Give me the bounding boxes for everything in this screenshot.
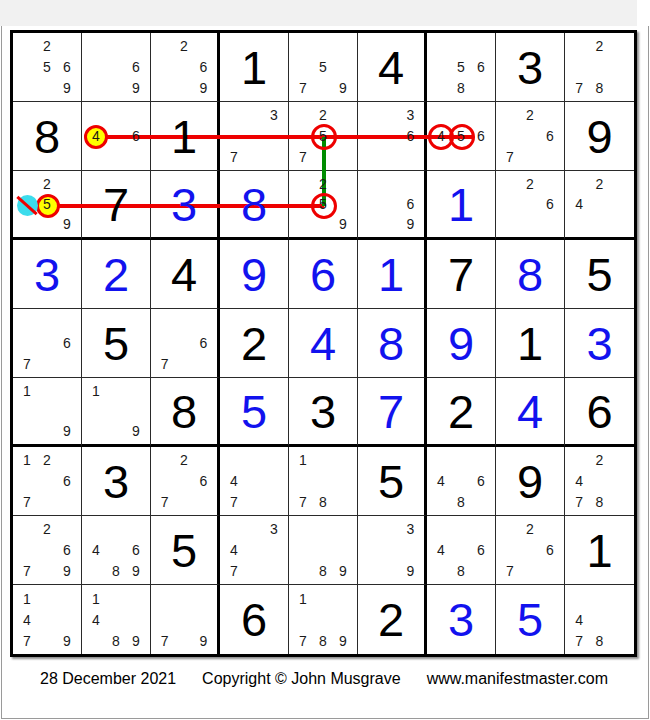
- solved-digit: 3: [565, 309, 634, 377]
- candidate-digit: 8: [106, 630, 126, 651]
- solved-digit: 1: [496, 309, 564, 377]
- candidate-digit: 3: [264, 519, 284, 540]
- candidate-digit: 8: [313, 630, 333, 651]
- candidate-digit: 5: [37, 57, 57, 78]
- cell-r6c7[interactable]: 2: [427, 378, 496, 447]
- candidate-digit: 2: [37, 36, 57, 57]
- cell-r3c5[interactable]: 259: [289, 171, 358, 240]
- candidate-digit: 6: [471, 540, 491, 561]
- candidate-digit: 9: [57, 214, 77, 234]
- candidate-digit: 2: [520, 105, 540, 126]
- candidate-digit: 7: [155, 353, 174, 374]
- cell-r9c4[interactable]: 6: [220, 585, 289, 654]
- cell-r3c9[interactable]: 24: [565, 171, 634, 240]
- cell-r3c6[interactable]: 69: [358, 171, 427, 240]
- candidate-digit: 8: [451, 77, 471, 98]
- cell-r2c2[interactable]: 46: [82, 102, 151, 171]
- solved-digit: 3: [82, 447, 150, 515]
- solved-digit: 1: [151, 102, 217, 170]
- candidate-digit: 9: [57, 630, 77, 651]
- cell-r6c4[interactable]: 5: [220, 378, 289, 447]
- cell-r5c7[interactable]: 9: [427, 309, 496, 378]
- candidate-grid: 2679: [13, 516, 81, 584]
- cell-r2c8[interactable]: 267: [496, 102, 565, 171]
- candidate-digit: 6: [540, 126, 560, 147]
- candidate-digit: 2: [174, 450, 193, 471]
- candidate-grid: 69: [358, 171, 424, 237]
- candidate-grid: 79: [151, 585, 217, 654]
- candidate-grid: 1267: [13, 447, 81, 515]
- cell-r6c8[interactable]: 4: [496, 378, 565, 447]
- solved-digit: 8: [496, 240, 564, 308]
- candidate-digit: 4: [431, 540, 451, 561]
- cell-r8c7[interactable]: 468: [427, 516, 496, 585]
- candidate-digit: 2: [589, 36, 609, 57]
- candidate-digit: 2: [520, 519, 540, 540]
- candidate-digit: 7: [17, 630, 37, 651]
- solved-digit: 9: [427, 309, 495, 377]
- candidate-digit: 1: [17, 381, 37, 401]
- candidate-digit: 8: [106, 560, 126, 581]
- solved-digit: 7: [358, 378, 424, 444]
- candidate-digit: 6: [540, 194, 560, 214]
- candidate-digit: 6: [540, 540, 560, 561]
- candidate-grid: 1789: [289, 585, 357, 654]
- candidate-digit: 7: [224, 146, 244, 167]
- candidate-digit: 9: [194, 630, 213, 651]
- cell-r5c2[interactable]: 5: [82, 309, 151, 378]
- cell-r3c1[interactable]: 2459: [13, 171, 82, 240]
- cell-r3c2[interactable]: 7: [82, 171, 151, 240]
- candidate-digit: 9: [57, 421, 77, 441]
- solved-digit: 1: [427, 171, 495, 237]
- cell-r8c9[interactable]: 1: [565, 516, 634, 585]
- candidate-digit: 2: [313, 105, 333, 126]
- candidate-digit: 1: [86, 588, 106, 609]
- candidate-digit: 6: [126, 126, 146, 147]
- solved-digit: 7: [82, 171, 150, 237]
- candidate-digit: 5: [451, 57, 471, 78]
- candidate-digit: 4: [86, 540, 106, 561]
- candidate-digit: 9: [333, 214, 353, 234]
- cell-r1c9[interactable]: 278: [565, 33, 634, 102]
- cell-r3c8[interactable]: 26: [496, 171, 565, 240]
- candidate-digit: 8: [313, 491, 333, 512]
- candidate-digit: 4: [569, 609, 589, 630]
- candidate-grid: 39: [358, 516, 424, 584]
- cell-r7c8[interactable]: 9: [496, 447, 565, 516]
- candidate-grid: 468: [427, 516, 495, 584]
- candidate-digit: 9: [401, 214, 420, 234]
- candidate-digit: 5: [451, 126, 471, 147]
- candidate-digit: 5: [313, 57, 333, 78]
- cell-r7c7[interactable]: 468: [427, 447, 496, 516]
- candidate-digit: 7: [17, 353, 37, 374]
- candidate-grid: 267: [151, 447, 217, 515]
- cell-r6c1[interactable]: 19: [13, 378, 82, 447]
- cell-r6c3[interactable]: 8: [151, 378, 220, 447]
- candidate-digit: 7: [500, 146, 520, 167]
- candidate-digit: 5: [313, 126, 333, 147]
- candidate-digit: 4: [569, 471, 589, 492]
- solved-digit: 2: [220, 309, 288, 377]
- candidate-grid: 36: [358, 102, 424, 170]
- solved-digit: 4: [358, 33, 424, 101]
- candidate-digit: 9: [194, 77, 213, 98]
- candidate-digit: 1: [293, 450, 313, 471]
- candidate-digit: 7: [500, 560, 520, 581]
- cell-r4c6[interactable]: 1: [358, 240, 427, 309]
- cell-r4c4[interactable]: 9: [220, 240, 289, 309]
- candidate-digit: 9: [126, 560, 146, 581]
- candidate-digit: 8: [589, 77, 609, 98]
- cell-r1c8[interactable]: 3: [496, 33, 565, 102]
- candidate-digit: 6: [471, 126, 491, 147]
- candidate-grid: 46: [82, 102, 150, 170]
- candidate-grid: 257: [289, 102, 357, 170]
- candidate-digit: 4: [224, 471, 244, 492]
- candidate-grid: 267: [496, 516, 564, 584]
- candidate-digit: 7: [293, 491, 313, 512]
- candidate-grid: 37: [220, 102, 288, 170]
- candidate-grid: 67: [151, 309, 217, 377]
- cell-r9c1[interactable]: 1479: [13, 585, 82, 654]
- candidate-grid: 478: [565, 585, 634, 654]
- solved-digit: 5: [358, 447, 424, 515]
- footer-website-link[interactable]: www.manifestmaster.com: [427, 670, 608, 687]
- candidate-grid: 347: [220, 516, 288, 584]
- candidate-grid: 69: [82, 33, 150, 101]
- solved-digit: 1: [565, 516, 634, 584]
- solved-digit: 5: [496, 585, 564, 654]
- cell-r9c5[interactable]: 1789: [289, 585, 358, 654]
- candidate-digit: 9: [333, 560, 353, 581]
- candidate-digit: 1: [17, 588, 37, 609]
- cell-r5c4[interactable]: 2: [220, 309, 289, 378]
- candidate-grid: 47: [220, 447, 288, 515]
- cell-r7c6[interactable]: 5: [358, 447, 427, 516]
- candidate-digit: 4: [431, 471, 451, 492]
- solved-digit: 5: [82, 309, 150, 377]
- candidate-grid: 89: [289, 516, 357, 584]
- cell-r1c5[interactable]: 579: [289, 33, 358, 102]
- solved-digit: 2: [358, 585, 424, 654]
- candidate-grid: 579: [289, 33, 357, 101]
- candidate-digit: 9: [401, 560, 420, 581]
- cell-r9c6[interactable]: 2: [358, 585, 427, 654]
- candidate-digit: 2: [589, 174, 609, 194]
- candidate-grid: 4689: [82, 516, 150, 584]
- candidate-grid: 278: [565, 33, 634, 101]
- solved-digit: 3: [289, 378, 357, 444]
- solved-digit: 6: [565, 378, 634, 444]
- candidate-grid: 2569: [13, 33, 81, 101]
- candidate-digit: 7: [293, 630, 313, 651]
- cell-r3c3[interactable]: 3: [151, 171, 220, 240]
- cell-r2c3[interactable]: 1: [151, 102, 220, 171]
- solved-digit: 8: [220, 171, 288, 237]
- candidate-digit: 6: [194, 57, 213, 78]
- candidate-digit: 1: [86, 381, 106, 401]
- candidate-digit: 4: [569, 194, 589, 214]
- candidate-digit: 2: [520, 174, 540, 194]
- cell-r6c9[interactable]: 6: [565, 378, 634, 447]
- candidate-digit: 6: [471, 57, 491, 78]
- cell-r8c6[interactable]: 39: [358, 516, 427, 585]
- candidate-grid: 267: [496, 102, 564, 170]
- solved-digit: 9: [565, 102, 634, 170]
- cell-r5c9[interactable]: 3: [565, 309, 634, 378]
- cell-r4c1[interactable]: 3: [13, 240, 82, 309]
- candidate-digit: 8: [313, 560, 333, 581]
- cell-r9c9[interactable]: 478: [565, 585, 634, 654]
- candidate-digit: 6: [401, 194, 420, 214]
- cell-r4c2[interactable]: 2: [82, 240, 151, 309]
- solved-digit: 1: [358, 240, 424, 308]
- candidate-grid: 2478: [565, 447, 634, 515]
- cell-r2c7[interactable]: 456: [427, 102, 496, 171]
- candidate-digit: 9: [57, 77, 77, 98]
- solved-digit: 8: [358, 309, 424, 377]
- candidate-digit: 3: [264, 105, 284, 126]
- candidate-digit: 6: [471, 471, 491, 492]
- candidate-digit: 9: [333, 630, 353, 651]
- solved-digit: 2: [82, 240, 150, 308]
- solved-digit: 7: [427, 240, 495, 308]
- cell-r3c4[interactable]: 8: [220, 171, 289, 240]
- cell-r9c3[interactable]: 79: [151, 585, 220, 654]
- cell-r5c8[interactable]: 1: [496, 309, 565, 378]
- cell-r6c2[interactable]: 19: [82, 378, 151, 447]
- solved-digit: 6: [220, 585, 288, 654]
- cell-r1c2[interactable]: 69: [82, 33, 151, 102]
- candidate-grid: 1489: [82, 585, 150, 654]
- cell-r7c2[interactable]: 3: [82, 447, 151, 516]
- solved-digit: 8: [151, 378, 217, 444]
- cell-r5c5[interactable]: 4: [289, 309, 358, 378]
- candidate-grid: 1479: [13, 585, 81, 654]
- candidate-digit: 6: [57, 540, 77, 561]
- cell-r8c3[interactable]: 5: [151, 516, 220, 585]
- cell-r1c3[interactable]: 269: [151, 33, 220, 102]
- candidate-digit: 9: [126, 630, 146, 651]
- candidate-digit: 6: [126, 540, 146, 561]
- candidate-digit: 6: [126, 57, 146, 78]
- candidate-digit: 8: [451, 560, 471, 581]
- solved-digit: 5: [151, 516, 217, 584]
- candidate-digit: 4: [86, 126, 106, 147]
- cell-r5c6[interactable]: 8: [358, 309, 427, 378]
- cell-r1c6[interactable]: 4: [358, 33, 427, 102]
- candidate-digit: 7: [569, 630, 589, 651]
- cell-r5c3[interactable]: 67: [151, 309, 220, 378]
- candidate-digit: 2: [174, 36, 193, 57]
- solved-digit: 6: [289, 240, 357, 308]
- candidate-grid: 178: [289, 447, 357, 515]
- candidate-digit: 1: [293, 588, 313, 609]
- solved-digit: 9: [220, 240, 288, 308]
- candidate-digit: 6: [57, 57, 77, 78]
- cell-r9c2[interactable]: 1489: [82, 585, 151, 654]
- solved-digit: 5: [565, 240, 634, 308]
- solved-digit: 3: [427, 585, 495, 654]
- candidate-digit: 7: [569, 77, 589, 98]
- candidate-digit: 8: [589, 491, 609, 512]
- candidate-digit: 2: [589, 450, 609, 471]
- cell-r8c5[interactable]: 89: [289, 516, 358, 585]
- sudoku-board: 2569692691579456832788461372573645626792…: [10, 30, 637, 657]
- candidate-digit: 7: [155, 491, 174, 512]
- cell-r2c4[interactable]: 37: [220, 102, 289, 171]
- candidate-digit: 7: [17, 491, 37, 512]
- footer-copyright: Copyright © John Musgrave: [202, 670, 401, 687]
- cell-r2c9[interactable]: 9: [565, 102, 634, 171]
- solved-digit: 1: [220, 33, 288, 101]
- solved-digit: 9: [496, 447, 564, 515]
- candidate-digit: 4: [224, 540, 244, 561]
- candidate-digit: 1: [17, 450, 37, 471]
- cell-r8c4[interactable]: 347: [220, 516, 289, 585]
- cell-r4c9[interactable]: 5: [565, 240, 634, 309]
- candidate-digit: 6: [194, 471, 213, 492]
- solved-digit: 2: [427, 378, 495, 444]
- candidate-digit: 4: [431, 126, 451, 147]
- cell-r4c5[interactable]: 6: [289, 240, 358, 309]
- footer-date: 28 December 2021: [40, 670, 176, 687]
- candidate-digit: 6: [57, 333, 77, 354]
- candidate-grid: 259: [289, 171, 357, 237]
- cell-r7c5[interactable]: 178: [289, 447, 358, 516]
- cell-r4c3[interactable]: 4: [151, 240, 220, 309]
- candidate-digit: 9: [126, 77, 146, 98]
- candidate-digit: 7: [224, 560, 244, 581]
- candidate-digit: 9: [333, 77, 353, 98]
- candidate-digit: 2: [313, 174, 333, 194]
- candidate-digit: 9: [57, 560, 77, 581]
- candidate-digit: 6: [194, 333, 213, 354]
- candidate-digit: 5: [37, 194, 57, 214]
- candidate-grid: 26: [496, 171, 564, 237]
- cell-r4c8[interactable]: 8: [496, 240, 565, 309]
- cell-r3c7[interactable]: 1: [427, 171, 496, 240]
- cell-r5c1[interactable]: 67: [13, 309, 82, 378]
- candidate-digit: 9: [126, 421, 146, 441]
- candidate-digit: 7: [293, 77, 313, 98]
- cell-r1c4[interactable]: 1: [220, 33, 289, 102]
- candidate-digit: 4: [86, 609, 106, 630]
- cell-r7c4[interactable]: 47: [220, 447, 289, 516]
- candidate-digit: 4: [17, 194, 37, 214]
- candidate-grid: 67: [13, 309, 81, 377]
- cell-r8c2[interactable]: 4689: [82, 516, 151, 585]
- solved-digit: 5: [220, 378, 288, 444]
- cell-r7c9[interactable]: 2478: [565, 447, 634, 516]
- candidate-digit: 3: [401, 105, 420, 126]
- candidate-grid: 269: [151, 33, 217, 101]
- solved-digit: 3: [496, 33, 564, 101]
- candidate-digit: 8: [589, 630, 609, 651]
- candidate-grid: 2459: [13, 171, 81, 237]
- candidate-grid: 568: [427, 33, 495, 101]
- candidate-digit: 6: [401, 126, 420, 147]
- cell-r4c7[interactable]: 7: [427, 240, 496, 309]
- cell-r9c7[interactable]: 3: [427, 585, 496, 654]
- solved-digit: 4: [151, 240, 217, 308]
- candidate-digit: 7: [224, 491, 244, 512]
- candidate-digit: 7: [293, 146, 313, 167]
- solved-digit: 4: [496, 378, 564, 444]
- cell-r2c1[interactable]: 8: [13, 102, 82, 171]
- solved-digit: 8: [13, 102, 81, 170]
- cell-r8c8[interactable]: 267: [496, 516, 565, 585]
- cell-r1c1[interactable]: 2569: [13, 33, 82, 102]
- page-header-band: [0, 0, 637, 26]
- cell-r1c7[interactable]: 568: [427, 33, 496, 102]
- candidate-digit: 7: [155, 630, 174, 651]
- cell-r2c6[interactable]: 36: [358, 102, 427, 171]
- cell-r7c1[interactable]: 1267: [13, 447, 82, 516]
- candidate-grid: 468: [427, 447, 495, 515]
- candidate-digit: 4: [17, 609, 37, 630]
- candidate-digit: 3: [401, 519, 420, 540]
- cell-r6c6[interactable]: 7: [358, 378, 427, 447]
- candidate-digit: 2: [37, 450, 57, 471]
- cell-r7c3[interactable]: 267: [151, 447, 220, 516]
- candidate-digit: 7: [17, 560, 37, 581]
- solved-digit: 4: [289, 309, 357, 377]
- cell-r2c5[interactable]: 257: [289, 102, 358, 171]
- solved-digit: 3: [151, 171, 217, 237]
- candidate-grid: 19: [13, 378, 81, 444]
- candidate-grid: 24: [565, 171, 634, 237]
- cell-r8c1[interactable]: 2679: [13, 516, 82, 585]
- cell-r9c8[interactable]: 5: [496, 585, 565, 654]
- candidate-grid: 456: [427, 102, 495, 170]
- candidate-digit: 7: [569, 491, 589, 512]
- footer: 28 December 2021Copyright © John Musgrav…: [40, 670, 608, 688]
- candidate-digit: 8: [451, 491, 471, 512]
- candidate-digit: 2: [37, 519, 57, 540]
- candidate-grid: 19: [82, 378, 150, 444]
- candidate-digit: 6: [57, 471, 77, 492]
- candidate-digit: 5: [313, 194, 333, 214]
- candidate-digit: 2: [37, 174, 57, 194]
- cell-r6c5[interactable]: 3: [289, 378, 358, 447]
- solved-digit: 3: [13, 240, 81, 308]
